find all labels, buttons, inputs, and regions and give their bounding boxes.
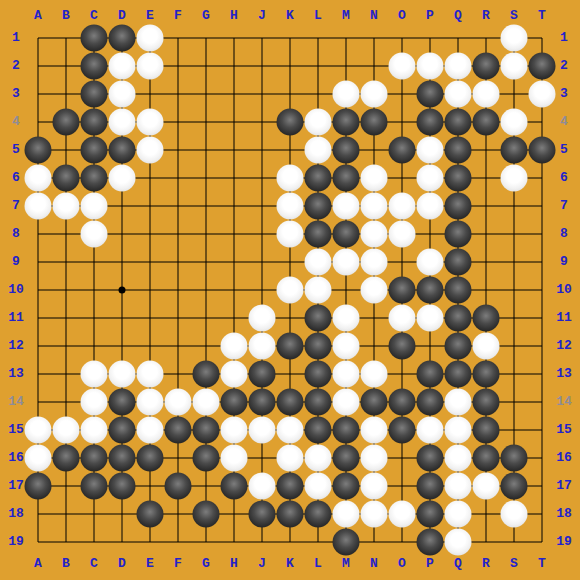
row-label-right: 1 xyxy=(550,31,578,45)
stone-black[interactable] xyxy=(417,277,444,304)
stone-black[interactable] xyxy=(473,305,500,332)
row-label-right: 15 xyxy=(550,423,578,437)
row-label-left: 1 xyxy=(2,31,30,45)
stone-white[interactable] xyxy=(445,501,472,528)
stone-white[interactable] xyxy=(81,193,108,220)
col-label-top: N xyxy=(360,9,388,23)
stone-white[interactable] xyxy=(221,417,248,444)
stone-black[interactable] xyxy=(417,389,444,416)
row-label-right: 16 xyxy=(550,451,578,465)
stone-white[interactable] xyxy=(417,53,444,80)
row-label-left: 4 xyxy=(2,115,30,129)
stone-white[interactable] xyxy=(137,25,164,52)
stone-white[interactable] xyxy=(81,389,108,416)
row-label-left: 9 xyxy=(2,255,30,269)
stone-black[interactable] xyxy=(25,473,52,500)
stone-black[interactable] xyxy=(109,25,136,52)
stone-white[interactable] xyxy=(277,445,304,472)
stone-white[interactable] xyxy=(417,165,444,192)
stone-black[interactable] xyxy=(305,417,332,444)
stone-black[interactable] xyxy=(389,417,416,444)
stone-white[interactable] xyxy=(305,109,332,136)
col-label-bottom: E xyxy=(136,557,164,571)
stone-black[interactable] xyxy=(109,417,136,444)
row-label-right: 12 xyxy=(550,339,578,353)
stone-black[interactable] xyxy=(445,165,472,192)
stone-white[interactable] xyxy=(109,109,136,136)
stone-white[interactable] xyxy=(361,417,388,444)
stone-white[interactable] xyxy=(137,361,164,388)
stone-white[interactable] xyxy=(361,501,388,528)
stone-white[interactable] xyxy=(333,249,360,276)
stone-white[interactable] xyxy=(305,249,332,276)
stone-white[interactable] xyxy=(109,81,136,108)
stone-white[interactable] xyxy=(333,501,360,528)
stone-black[interactable] xyxy=(165,473,192,500)
row-label-right: 18 xyxy=(550,507,578,521)
stone-white[interactable] xyxy=(305,277,332,304)
col-label-top: D xyxy=(108,9,136,23)
col-label-top: C xyxy=(80,9,108,23)
stone-black[interactable] xyxy=(221,389,248,416)
stone-white[interactable] xyxy=(445,53,472,80)
col-label-top: H xyxy=(220,9,248,23)
col-label-top: F xyxy=(164,9,192,23)
stone-black[interactable] xyxy=(473,361,500,388)
stone-white[interactable] xyxy=(333,389,360,416)
stone-black[interactable] xyxy=(417,445,444,472)
stone-black[interactable] xyxy=(529,137,556,164)
stone-white[interactable] xyxy=(53,193,80,220)
col-label-bottom: G xyxy=(192,557,220,571)
stone-black[interactable] xyxy=(305,305,332,332)
row-label-right: 14 xyxy=(550,395,578,409)
stone-white[interactable] xyxy=(417,417,444,444)
stone-black[interactable] xyxy=(305,221,332,248)
stone-black[interactable] xyxy=(333,137,360,164)
go-board: AABBCCDDEEFFGGHHJJKKLLMMNNOOPPQQRRSSTT11… xyxy=(0,0,580,580)
stone-black[interactable] xyxy=(417,81,444,108)
stone-white[interactable] xyxy=(361,221,388,248)
stone-black[interactable] xyxy=(109,445,136,472)
stone-black[interactable] xyxy=(333,473,360,500)
col-label-bottom: M xyxy=(332,557,360,571)
stone-black[interactable] xyxy=(53,109,80,136)
stone-black[interactable] xyxy=(81,165,108,192)
col-label-bottom: L xyxy=(304,557,332,571)
col-label-bottom: A xyxy=(24,557,52,571)
stone-white[interactable] xyxy=(333,305,360,332)
row-label-right: 9 xyxy=(550,255,578,269)
stone-white[interactable] xyxy=(417,249,444,276)
stone-white[interactable] xyxy=(389,501,416,528)
stone-black[interactable] xyxy=(333,109,360,136)
stone-black[interactable] xyxy=(81,109,108,136)
col-label-top: A xyxy=(24,9,52,23)
stone-white[interactable] xyxy=(445,529,472,556)
stone-white[interactable] xyxy=(501,25,528,52)
stone-black[interactable] xyxy=(193,417,220,444)
stone-white[interactable] xyxy=(389,193,416,220)
stone-white[interactable] xyxy=(501,109,528,136)
stone-white[interactable] xyxy=(333,333,360,360)
stone-black[interactable] xyxy=(305,193,332,220)
stone-black[interactable] xyxy=(333,445,360,472)
col-label-bottom: S xyxy=(500,557,528,571)
stone-white[interactable] xyxy=(473,333,500,360)
col-label-top: P xyxy=(416,9,444,23)
stone-black[interactable] xyxy=(473,445,500,472)
row-label-left: 18 xyxy=(2,507,30,521)
stone-white[interactable] xyxy=(361,277,388,304)
stone-black[interactable] xyxy=(445,221,472,248)
col-label-top: O xyxy=(388,9,416,23)
stone-white[interactable] xyxy=(53,417,80,444)
stone-white[interactable] xyxy=(109,53,136,80)
stone-black[interactable] xyxy=(305,501,332,528)
row-label-right: 17 xyxy=(550,479,578,493)
stone-white[interactable] xyxy=(137,53,164,80)
stone-black[interactable] xyxy=(501,137,528,164)
stone-white[interactable] xyxy=(81,417,108,444)
stone-white[interactable] xyxy=(473,81,500,108)
stone-black[interactable] xyxy=(81,81,108,108)
stone-white[interactable] xyxy=(445,473,472,500)
stone-black[interactable] xyxy=(137,445,164,472)
stone-black[interactable] xyxy=(445,109,472,136)
col-label-bottom: Q xyxy=(444,557,472,571)
stone-white[interactable] xyxy=(249,417,276,444)
stone-white[interactable] xyxy=(25,193,52,220)
stone-black[interactable] xyxy=(417,361,444,388)
stone-white[interactable] xyxy=(221,333,248,360)
stone-black[interactable] xyxy=(193,361,220,388)
col-label-top: Q xyxy=(444,9,472,23)
col-label-bottom: P xyxy=(416,557,444,571)
stone-black[interactable] xyxy=(221,473,248,500)
col-label-bottom: H xyxy=(220,557,248,571)
col-label-bottom: R xyxy=(472,557,500,571)
stone-white[interactable] xyxy=(361,361,388,388)
row-label-left: 12 xyxy=(2,339,30,353)
stone-black[interactable] xyxy=(277,333,304,360)
stone-black[interactable] xyxy=(473,417,500,444)
col-label-top: S xyxy=(500,9,528,23)
stone-white[interactable] xyxy=(501,501,528,528)
stone-black[interactable] xyxy=(445,193,472,220)
stone-white[interactable] xyxy=(445,445,472,472)
stone-white[interactable] xyxy=(473,473,500,500)
stone-white[interactable] xyxy=(417,193,444,220)
col-label-bottom: D xyxy=(108,557,136,571)
stone-black[interactable] xyxy=(473,389,500,416)
stone-black[interactable] xyxy=(53,165,80,192)
stone-white[interactable] xyxy=(25,165,52,192)
stone-white[interactable] xyxy=(305,137,332,164)
row-label-right: 4 xyxy=(550,115,578,129)
stone-black[interactable] xyxy=(305,165,332,192)
stone-white[interactable] xyxy=(277,221,304,248)
stone-black[interactable] xyxy=(305,389,332,416)
stone-white[interactable] xyxy=(361,445,388,472)
row-label-right: 10 xyxy=(550,283,578,297)
stone-white[interactable] xyxy=(165,389,192,416)
stone-white[interactable] xyxy=(249,305,276,332)
stone-black[interactable] xyxy=(389,137,416,164)
stone-white[interactable] xyxy=(361,165,388,192)
stone-black[interactable] xyxy=(81,473,108,500)
col-label-top: B xyxy=(52,9,80,23)
col-label-bottom: J xyxy=(248,557,276,571)
stone-black[interactable] xyxy=(25,137,52,164)
stone-black[interactable] xyxy=(445,333,472,360)
stone-white[interactable] xyxy=(109,165,136,192)
stone-black[interactable] xyxy=(333,529,360,556)
stone-white[interactable] xyxy=(277,417,304,444)
stone-black[interactable] xyxy=(417,109,444,136)
row-label-left: 14 xyxy=(2,395,30,409)
col-label-top: L xyxy=(304,9,332,23)
row-label-right: 6 xyxy=(550,171,578,185)
stone-white[interactable] xyxy=(529,81,556,108)
stone-black[interactable] xyxy=(249,501,276,528)
stone-white[interactable] xyxy=(361,249,388,276)
stone-black[interactable] xyxy=(445,361,472,388)
col-label-top: M xyxy=(332,9,360,23)
stone-white[interactable] xyxy=(305,445,332,472)
stone-white[interactable] xyxy=(277,165,304,192)
stone-black[interactable] xyxy=(333,165,360,192)
stone-white[interactable] xyxy=(277,193,304,220)
row-label-right: 11 xyxy=(550,311,578,325)
stone-white[interactable] xyxy=(137,109,164,136)
stone-black[interactable] xyxy=(165,417,192,444)
stone-white[interactable] xyxy=(81,361,108,388)
col-label-top: E xyxy=(136,9,164,23)
col-label-bottom: C xyxy=(80,557,108,571)
stone-white[interactable] xyxy=(417,305,444,332)
stone-black[interactable] xyxy=(109,389,136,416)
row-label-right: 7 xyxy=(550,199,578,213)
stone-white[interactable] xyxy=(137,389,164,416)
stone-black[interactable] xyxy=(81,53,108,80)
row-label-right: 8 xyxy=(550,227,578,241)
stone-white[interactable] xyxy=(305,473,332,500)
stone-white[interactable] xyxy=(361,81,388,108)
row-label-left: 2 xyxy=(2,59,30,73)
stone-black[interactable] xyxy=(277,389,304,416)
col-label-top: G xyxy=(192,9,220,23)
stone-white[interactable] xyxy=(361,473,388,500)
stone-black[interactable] xyxy=(389,389,416,416)
row-label-left: 10 xyxy=(2,283,30,297)
stone-white[interactable] xyxy=(445,389,472,416)
stone-black[interactable] xyxy=(277,473,304,500)
row-label-left: 11 xyxy=(2,311,30,325)
stone-black[interactable] xyxy=(277,109,304,136)
stone-black[interactable] xyxy=(389,277,416,304)
row-label-left: 3 xyxy=(2,87,30,101)
col-label-bottom: O xyxy=(388,557,416,571)
stone-black[interactable] xyxy=(249,361,276,388)
stone-white[interactable] xyxy=(417,137,444,164)
stone-white[interactable] xyxy=(137,417,164,444)
stone-black[interactable] xyxy=(445,305,472,332)
stone-black[interactable] xyxy=(109,473,136,500)
stone-black[interactable] xyxy=(361,389,388,416)
stone-black[interactable] xyxy=(529,53,556,80)
stone-black[interactable] xyxy=(305,333,332,360)
stone-white[interactable] xyxy=(25,445,52,472)
col-label-bottom: N xyxy=(360,557,388,571)
stone-white[interactable] xyxy=(501,53,528,80)
stone-white[interactable] xyxy=(249,473,276,500)
col-label-top: T xyxy=(528,9,556,23)
stone-white[interactable] xyxy=(221,445,248,472)
col-label-bottom: B xyxy=(52,557,80,571)
stone-black[interactable] xyxy=(361,109,388,136)
stone-black[interactable] xyxy=(305,361,332,388)
stone-white[interactable] xyxy=(333,361,360,388)
stone-white[interactable] xyxy=(81,221,108,248)
stone-black[interactable] xyxy=(333,417,360,444)
stone-black[interactable] xyxy=(445,277,472,304)
stone-black[interactable] xyxy=(417,529,444,556)
stone-white[interactable] xyxy=(109,361,136,388)
stone-white[interactable] xyxy=(277,277,304,304)
star-point xyxy=(119,287,126,294)
stone-white[interactable] xyxy=(333,81,360,108)
row-label-left: 8 xyxy=(2,227,30,241)
stone-white[interactable] xyxy=(333,193,360,220)
stone-black[interactable] xyxy=(333,221,360,248)
stone-black[interactable] xyxy=(389,333,416,360)
stone-black[interactable] xyxy=(501,445,528,472)
stone-white[interactable] xyxy=(193,389,220,416)
col-label-bottom: T xyxy=(528,557,556,571)
row-label-right: 19 xyxy=(550,535,578,549)
col-label-bottom: K xyxy=(276,557,304,571)
col-label-top: K xyxy=(276,9,304,23)
stone-black[interactable] xyxy=(81,137,108,164)
stone-black[interactable] xyxy=(501,473,528,500)
stone-white[interactable] xyxy=(137,137,164,164)
stone-white[interactable] xyxy=(25,417,52,444)
stone-black[interactable] xyxy=(109,137,136,164)
stone-black[interactable] xyxy=(81,25,108,52)
col-label-top: J xyxy=(248,9,276,23)
stone-black[interactable] xyxy=(445,249,472,276)
stone-black[interactable] xyxy=(417,501,444,528)
stone-black[interactable] xyxy=(473,53,500,80)
stone-black[interactable] xyxy=(193,445,220,472)
stone-black[interactable] xyxy=(193,501,220,528)
stone-white[interactable] xyxy=(389,221,416,248)
stone-white[interactable] xyxy=(389,53,416,80)
stone-white[interactable] xyxy=(361,193,388,220)
stone-black[interactable] xyxy=(249,389,276,416)
stone-white[interactable] xyxy=(501,165,528,192)
stone-black[interactable] xyxy=(277,501,304,528)
stone-black[interactable] xyxy=(445,137,472,164)
col-label-bottom: F xyxy=(164,557,192,571)
stone-black[interactable] xyxy=(473,109,500,136)
row-label-left: 13 xyxy=(2,367,30,381)
stone-black[interactable] xyxy=(53,445,80,472)
row-label-right: 13 xyxy=(550,367,578,381)
row-label-left: 19 xyxy=(2,535,30,549)
stone-white[interactable] xyxy=(221,361,248,388)
col-label-top: R xyxy=(472,9,500,23)
stone-white[interactable] xyxy=(445,81,472,108)
stone-black[interactable] xyxy=(81,445,108,472)
stone-white[interactable] xyxy=(445,417,472,444)
stone-black[interactable] xyxy=(417,473,444,500)
stone-black[interactable] xyxy=(137,501,164,528)
stone-white[interactable] xyxy=(249,333,276,360)
stone-white[interactable] xyxy=(389,305,416,332)
